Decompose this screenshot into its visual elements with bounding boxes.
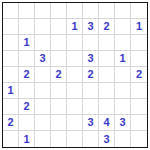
empty-cell[interactable] [99, 35, 115, 51]
clue-cell: 3 [35, 51, 51, 67]
empty-cell[interactable] [51, 115, 67, 131]
empty-cell[interactable] [19, 51, 35, 67]
board-grid: 13211331222212234313 [3, 3, 147, 147]
empty-cell[interactable] [51, 51, 67, 67]
empty-cell[interactable] [51, 131, 67, 147]
empty-cell[interactable] [35, 99, 51, 115]
clue-cell: 1 [131, 19, 147, 35]
empty-cell[interactable] [51, 83, 67, 99]
puzzle-board: 13211331222212234313 [2, 2, 148, 148]
empty-cell[interactable] [3, 3, 19, 19]
clue-cell: 2 [83, 67, 99, 83]
empty-cell[interactable] [83, 131, 99, 147]
clue-cell: 3 [83, 51, 99, 67]
clue-cell: 3 [83, 19, 99, 35]
empty-cell[interactable] [3, 67, 19, 83]
empty-cell[interactable] [51, 19, 67, 35]
empty-cell[interactable] [35, 3, 51, 19]
empty-cell[interactable] [35, 83, 51, 99]
empty-cell[interactable] [19, 83, 35, 99]
empty-cell[interactable] [3, 99, 19, 115]
empty-cell[interactable] [67, 51, 83, 67]
clue-cell: 4 [99, 115, 115, 131]
empty-cell[interactable] [131, 3, 147, 19]
clue-cell: 2 [131, 67, 147, 83]
empty-cell[interactable] [67, 115, 83, 131]
empty-cell[interactable] [131, 35, 147, 51]
clue-cell: 2 [99, 19, 115, 35]
empty-cell[interactable] [19, 115, 35, 131]
empty-cell[interactable] [3, 35, 19, 51]
empty-cell[interactable] [115, 19, 131, 35]
empty-cell[interactable] [115, 131, 131, 147]
clue-cell: 1 [3, 83, 19, 99]
clue-cell: 2 [19, 67, 35, 83]
empty-cell[interactable] [3, 19, 19, 35]
empty-cell[interactable] [131, 51, 147, 67]
clue-cell: 2 [51, 67, 67, 83]
empty-cell[interactable] [67, 3, 83, 19]
empty-cell[interactable] [35, 115, 51, 131]
empty-cell[interactable] [51, 35, 67, 51]
empty-cell[interactable] [35, 19, 51, 35]
empty-cell[interactable] [35, 131, 51, 147]
empty-cell[interactable] [115, 3, 131, 19]
clue-cell: 2 [19, 99, 35, 115]
empty-cell[interactable] [115, 83, 131, 99]
empty-cell[interactable] [131, 115, 147, 131]
empty-cell[interactable] [99, 67, 115, 83]
empty-cell[interactable] [19, 3, 35, 19]
clue-cell: 1 [115, 51, 131, 67]
clue-cell: 1 [19, 131, 35, 147]
empty-cell[interactable] [67, 35, 83, 51]
empty-cell[interactable] [99, 99, 115, 115]
empty-cell[interactable] [3, 51, 19, 67]
empty-cell[interactable] [3, 131, 19, 147]
empty-cell[interactable] [51, 99, 67, 115]
clue-cell: 3 [83, 115, 99, 131]
empty-cell[interactable] [131, 83, 147, 99]
empty-cell[interactable] [19, 19, 35, 35]
empty-cell[interactable] [67, 99, 83, 115]
empty-cell[interactable] [67, 67, 83, 83]
empty-cell[interactable] [83, 83, 99, 99]
empty-cell[interactable] [83, 35, 99, 51]
empty-cell[interactable] [115, 67, 131, 83]
empty-cell[interactable] [35, 35, 51, 51]
empty-cell[interactable] [51, 3, 67, 19]
empty-cell[interactable] [131, 99, 147, 115]
empty-cell[interactable] [115, 99, 131, 115]
empty-cell[interactable] [99, 51, 115, 67]
empty-cell[interactable] [99, 3, 115, 19]
empty-cell[interactable] [83, 99, 99, 115]
empty-cell[interactable] [67, 83, 83, 99]
empty-cell[interactable] [83, 3, 99, 19]
empty-cell[interactable] [115, 35, 131, 51]
puzzle-screenshot: 13211331222212234313 [0, 0, 150, 150]
empty-cell[interactable] [99, 83, 115, 99]
clue-cell: 3 [115, 115, 131, 131]
empty-cell[interactable] [35, 67, 51, 83]
clue-cell: 3 [99, 131, 115, 147]
clue-cell: 1 [19, 35, 35, 51]
empty-cell[interactable] [131, 131, 147, 147]
clue-cell: 2 [3, 115, 19, 131]
clue-cell: 1 [67, 19, 83, 35]
empty-cell[interactable] [67, 131, 83, 147]
